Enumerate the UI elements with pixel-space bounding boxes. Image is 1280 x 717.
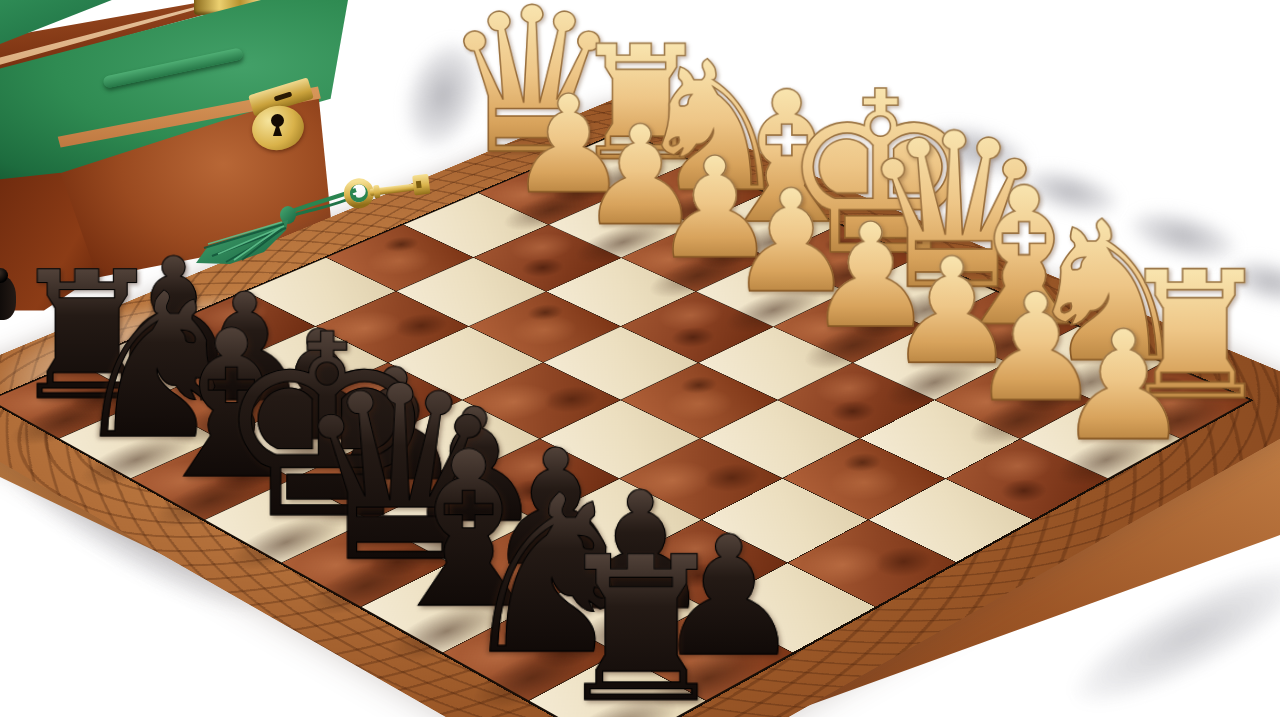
piece-white-queen: ♛	[442, 0, 603, 164]
tassel	[196, 206, 296, 264]
piece-white-knight: ♞	[632, 54, 793, 201]
piece-white-bishop: ♝	[705, 84, 869, 233]
square-c7: ♟	[451, 520, 618, 606]
chess-set-product-photo: ♜♟♟♜♞♟♟♞♝♟♟♝♚♟♟♚♛♟♟♛♝♟♟♝♞♟♟♞♜♟♟♜ ♛	[0, 0, 1280, 717]
piece-white-rook: ♜	[561, 40, 720, 170]
key-and-tassel	[178, 168, 448, 283]
piece-white-queen: ♛	[857, 125, 1026, 301]
board-scene: ♜♟♟♜♞♟♟♞♝♟♟♝♚♟♟♚♛♟♟♛♝♟♟♝♞♟♟♞♜♟♟♜ ♛	[0, 0, 1280, 717]
piece-white-knight: ♞	[1020, 214, 1194, 373]
tassel-cord	[290, 182, 368, 215]
square-d4	[621, 363, 777, 438]
piece-white-bishop: ♝	[938, 180, 1110, 336]
